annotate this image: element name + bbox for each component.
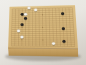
star-point xyxy=(42,27,43,28)
black-stone-highlight xyxy=(21,13,22,14)
black-stone-highlight xyxy=(25,18,26,19)
white-stone-N2 xyxy=(52,42,55,45)
go-board-photo xyxy=(0,0,86,65)
white-stone-F19 xyxy=(27,7,30,10)
black-stone-highlight xyxy=(62,28,63,29)
white-stone-C8 xyxy=(17,30,20,33)
white-stone-E16 xyxy=(24,13,27,16)
black-stone-Q3 xyxy=(62,40,65,43)
star-point xyxy=(21,39,22,40)
goban-scene-svg xyxy=(0,0,86,65)
white-stone-H18 xyxy=(34,9,37,12)
black-stone-E14 xyxy=(24,17,27,20)
black-stone-Q9 xyxy=(62,27,65,30)
black-stone-D11 xyxy=(20,23,23,26)
star-point xyxy=(42,39,43,40)
black-stone-highlight xyxy=(21,24,22,25)
white-stone-D5 xyxy=(20,36,23,39)
black-stone-Q16 xyxy=(61,12,64,15)
star-point xyxy=(42,14,43,15)
black-stone-highlight xyxy=(62,13,63,14)
black-stone-highlight xyxy=(63,41,64,42)
black-stone-D16 xyxy=(21,13,24,16)
star-point xyxy=(22,27,23,28)
